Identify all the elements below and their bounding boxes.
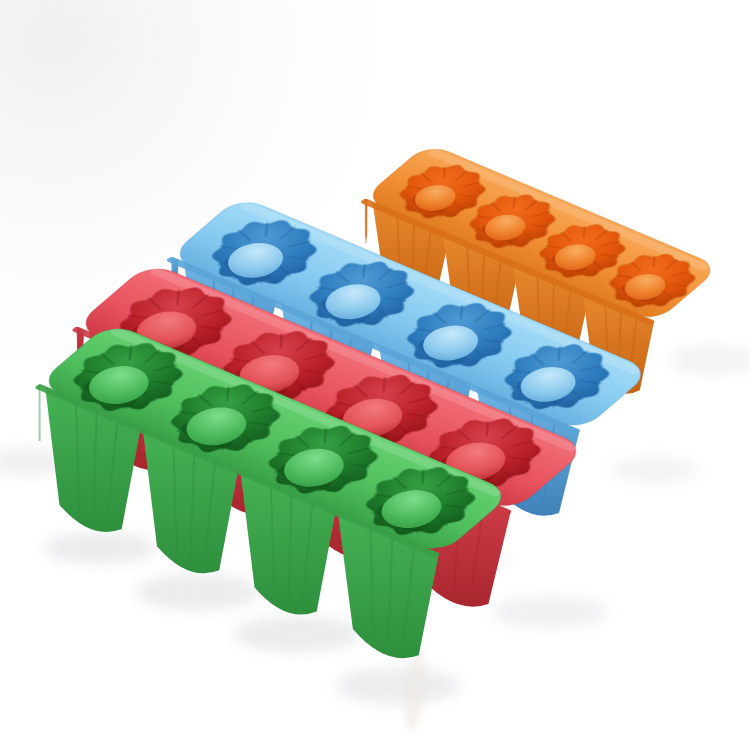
product-photo-canvas xyxy=(0,0,750,750)
floor-shadow xyxy=(136,574,260,610)
floor-shadow xyxy=(44,532,156,564)
floor-shadow xyxy=(234,616,362,652)
floor-shadow xyxy=(611,457,699,483)
floor-shadow xyxy=(492,596,608,628)
product-photo: Four 4-cavity silicone shot-glass ice mo… xyxy=(0,0,750,750)
floor-shadow xyxy=(336,668,460,704)
